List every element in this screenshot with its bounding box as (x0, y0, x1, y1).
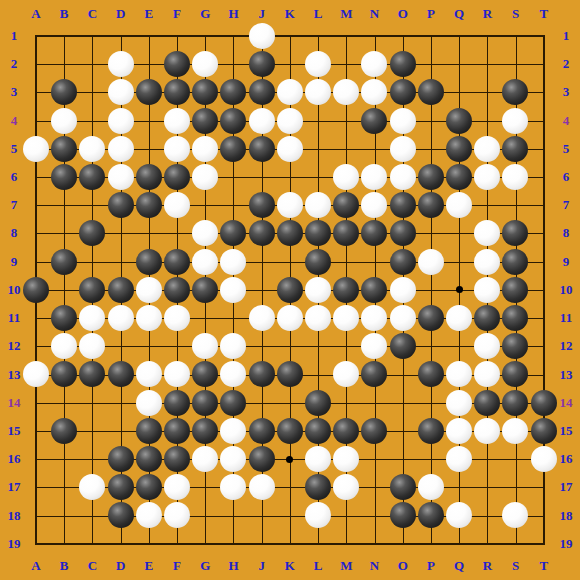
intersection-M6[interactable] (332, 163, 360, 191)
intersection-S4[interactable] (501, 107, 529, 135)
intersection-K9[interactable] (276, 248, 304, 276)
intersection-O9[interactable] (389, 248, 417, 276)
intersection-S7[interactable] (501, 191, 529, 219)
go-board[interactable] (22, 22, 558, 558)
intersection-N17[interactable] (360, 473, 388, 501)
intersection-D14[interactable] (107, 389, 135, 417)
intersection-P13[interactable] (417, 360, 445, 388)
intersection-A6[interactable] (22, 163, 50, 191)
intersection-L9[interactable] (304, 248, 332, 276)
intersection-L13[interactable] (304, 360, 332, 388)
intersection-G14[interactable] (191, 389, 219, 417)
intersection-R5[interactable] (473, 135, 501, 163)
intersection-F9[interactable] (163, 248, 191, 276)
intersection-Q4[interactable] (445, 107, 473, 135)
intersection-C15[interactable] (78, 417, 106, 445)
intersection-B3[interactable] (50, 78, 78, 106)
intersection-Q7[interactable] (445, 191, 473, 219)
intersection-Q9[interactable] (445, 248, 473, 276)
intersection-R10[interactable] (473, 276, 501, 304)
intersection-B16[interactable] (50, 445, 78, 473)
intersection-C2[interactable] (78, 50, 106, 78)
intersection-S16[interactable] (501, 445, 529, 473)
intersection-M18[interactable] (332, 501, 360, 529)
intersection-E14[interactable] (135, 389, 163, 417)
intersection-L1[interactable] (304, 22, 332, 50)
intersection-P14[interactable] (417, 389, 445, 417)
intersection-R19[interactable] (473, 530, 501, 558)
intersection-J9[interactable] (248, 248, 276, 276)
intersection-O16[interactable] (389, 445, 417, 473)
intersection-F7[interactable] (163, 191, 191, 219)
intersection-M11[interactable] (332, 304, 360, 332)
intersection-E19[interactable] (135, 530, 163, 558)
intersection-L17[interactable] (304, 473, 332, 501)
intersection-G16[interactable] (191, 445, 219, 473)
intersection-Q2[interactable] (445, 50, 473, 78)
intersection-E7[interactable] (135, 191, 163, 219)
intersection-M2[interactable] (332, 50, 360, 78)
intersection-J4[interactable] (248, 107, 276, 135)
intersection-S12[interactable] (501, 332, 529, 360)
intersection-E2[interactable] (135, 50, 163, 78)
intersection-H19[interactable] (219, 530, 247, 558)
intersection-M7[interactable] (332, 191, 360, 219)
intersection-A8[interactable] (22, 219, 50, 247)
intersection-E6[interactable] (135, 163, 163, 191)
intersection-G6[interactable] (191, 163, 219, 191)
intersection-S10[interactable] (501, 276, 529, 304)
intersection-O3[interactable] (389, 78, 417, 106)
intersection-N14[interactable] (360, 389, 388, 417)
intersection-M16[interactable] (332, 445, 360, 473)
intersection-A1[interactable] (22, 22, 50, 50)
intersection-J18[interactable] (248, 501, 276, 529)
intersection-K2[interactable] (276, 50, 304, 78)
intersection-H4[interactable] (219, 107, 247, 135)
intersection-L14[interactable] (304, 389, 332, 417)
intersection-S15[interactable] (501, 417, 529, 445)
intersection-J17[interactable] (248, 473, 276, 501)
intersection-O4[interactable] (389, 107, 417, 135)
intersection-E15[interactable] (135, 417, 163, 445)
intersection-Q5[interactable] (445, 135, 473, 163)
intersection-Q8[interactable] (445, 219, 473, 247)
intersection-G12[interactable] (191, 332, 219, 360)
intersection-R8[interactable] (473, 219, 501, 247)
intersection-B1[interactable] (50, 22, 78, 50)
intersection-P11[interactable] (417, 304, 445, 332)
intersection-R3[interactable] (473, 78, 501, 106)
intersection-S17[interactable] (501, 473, 529, 501)
intersection-P18[interactable] (417, 501, 445, 529)
intersection-B4[interactable] (50, 107, 78, 135)
intersection-C5[interactable] (78, 135, 106, 163)
intersection-N1[interactable] (360, 22, 388, 50)
intersection-G3[interactable] (191, 78, 219, 106)
intersection-P9[interactable] (417, 248, 445, 276)
intersection-J13[interactable] (248, 360, 276, 388)
intersection-F1[interactable] (163, 22, 191, 50)
intersection-R9[interactable] (473, 248, 501, 276)
intersection-C16[interactable] (78, 445, 106, 473)
intersection-F6[interactable] (163, 163, 191, 191)
intersection-M13[interactable] (332, 360, 360, 388)
intersection-E5[interactable] (135, 135, 163, 163)
intersection-H16[interactable] (219, 445, 247, 473)
intersection-G8[interactable] (191, 219, 219, 247)
intersection-H7[interactable] (219, 191, 247, 219)
intersection-K5[interactable] (276, 135, 304, 163)
intersection-P2[interactable] (417, 50, 445, 78)
intersection-A15[interactable] (22, 417, 50, 445)
intersection-N16[interactable] (360, 445, 388, 473)
intersection-L8[interactable] (304, 219, 332, 247)
intersection-G1[interactable] (191, 22, 219, 50)
intersection-Q19[interactable] (445, 530, 473, 558)
intersection-B13[interactable] (50, 360, 78, 388)
intersection-J19[interactable] (248, 530, 276, 558)
intersection-K15[interactable] (276, 417, 304, 445)
intersection-C14[interactable] (78, 389, 106, 417)
intersection-M5[interactable] (332, 135, 360, 163)
intersection-K14[interactable] (276, 389, 304, 417)
intersection-N8[interactable] (360, 219, 388, 247)
intersection-Q1[interactable] (445, 22, 473, 50)
intersection-J16[interactable] (248, 445, 276, 473)
intersection-H2[interactable] (219, 50, 247, 78)
intersection-G13[interactable] (191, 360, 219, 388)
intersection-L12[interactable] (304, 332, 332, 360)
intersection-M19[interactable] (332, 530, 360, 558)
intersection-N2[interactable] (360, 50, 388, 78)
intersection-S8[interactable] (501, 219, 529, 247)
intersection-S6[interactable] (501, 163, 529, 191)
intersection-S3[interactable] (501, 78, 529, 106)
intersection-E3[interactable] (135, 78, 163, 106)
intersection-F16[interactable] (163, 445, 191, 473)
intersection-B2[interactable] (50, 50, 78, 78)
intersection-N19[interactable] (360, 530, 388, 558)
intersection-O17[interactable] (389, 473, 417, 501)
intersection-P1[interactable] (417, 22, 445, 50)
intersection-B18[interactable] (50, 501, 78, 529)
intersection-P6[interactable] (417, 163, 445, 191)
intersection-H17[interactable] (219, 473, 247, 501)
intersection-D6[interactable] (107, 163, 135, 191)
intersection-C11[interactable] (78, 304, 106, 332)
intersection-Q11[interactable] (445, 304, 473, 332)
intersection-N12[interactable] (360, 332, 388, 360)
intersection-R16[interactable] (473, 445, 501, 473)
intersection-F17[interactable] (163, 473, 191, 501)
intersection-E10[interactable] (135, 276, 163, 304)
intersection-Q13[interactable] (445, 360, 473, 388)
intersection-D8[interactable] (107, 219, 135, 247)
intersection-G17[interactable] (191, 473, 219, 501)
intersection-S14[interactable] (501, 389, 529, 417)
intersection-P3[interactable] (417, 78, 445, 106)
intersection-H10[interactable] (219, 276, 247, 304)
intersection-O13[interactable] (389, 360, 417, 388)
intersection-H12[interactable] (219, 332, 247, 360)
intersection-P5[interactable] (417, 135, 445, 163)
intersection-H11[interactable] (219, 304, 247, 332)
intersection-F18[interactable] (163, 501, 191, 529)
intersection-D11[interactable] (107, 304, 135, 332)
intersection-N11[interactable] (360, 304, 388, 332)
intersection-A13[interactable] (22, 360, 50, 388)
intersection-J1[interactable] (248, 22, 276, 50)
intersection-G9[interactable] (191, 248, 219, 276)
intersection-P8[interactable] (417, 219, 445, 247)
intersection-J6[interactable] (248, 163, 276, 191)
intersection-O2[interactable] (389, 50, 417, 78)
intersection-E18[interactable] (135, 501, 163, 529)
intersection-D1[interactable] (107, 22, 135, 50)
intersection-O12[interactable] (389, 332, 417, 360)
intersection-J2[interactable] (248, 50, 276, 78)
intersection-N7[interactable] (360, 191, 388, 219)
intersection-H3[interactable] (219, 78, 247, 106)
intersection-H5[interactable] (219, 135, 247, 163)
intersection-F3[interactable] (163, 78, 191, 106)
intersection-F12[interactable] (163, 332, 191, 360)
intersection-L16[interactable] (304, 445, 332, 473)
intersection-M8[interactable] (332, 219, 360, 247)
intersection-E8[interactable] (135, 219, 163, 247)
intersection-B17[interactable] (50, 473, 78, 501)
intersection-A2[interactable] (22, 50, 50, 78)
intersection-B6[interactable] (50, 163, 78, 191)
intersection-N15[interactable] (360, 417, 388, 445)
intersection-R14[interactable] (473, 389, 501, 417)
intersection-R13[interactable] (473, 360, 501, 388)
intersection-L15[interactable] (304, 417, 332, 445)
intersection-K4[interactable] (276, 107, 304, 135)
intersection-D5[interactable] (107, 135, 135, 163)
intersection-O11[interactable] (389, 304, 417, 332)
intersection-S5[interactable] (501, 135, 529, 163)
intersection-H8[interactable] (219, 219, 247, 247)
intersection-H15[interactable] (219, 417, 247, 445)
intersection-B12[interactable] (50, 332, 78, 360)
intersection-D2[interactable] (107, 50, 135, 78)
intersection-H13[interactable] (219, 360, 247, 388)
intersection-F14[interactable] (163, 389, 191, 417)
intersection-S9[interactable] (501, 248, 529, 276)
intersection-C3[interactable] (78, 78, 106, 106)
intersection-L5[interactable] (304, 135, 332, 163)
intersection-D18[interactable] (107, 501, 135, 529)
intersection-Q15[interactable] (445, 417, 473, 445)
intersection-C1[interactable] (78, 22, 106, 50)
intersection-H18[interactable] (219, 501, 247, 529)
intersection-A18[interactable] (22, 501, 50, 529)
intersection-P15[interactable] (417, 417, 445, 445)
intersection-E4[interactable] (135, 107, 163, 135)
intersection-R6[interactable] (473, 163, 501, 191)
intersection-D12[interactable] (107, 332, 135, 360)
intersection-L2[interactable] (304, 50, 332, 78)
intersection-K3[interactable] (276, 78, 304, 106)
intersection-J8[interactable] (248, 219, 276, 247)
intersection-O18[interactable] (389, 501, 417, 529)
intersection-D3[interactable] (107, 78, 135, 106)
intersection-Q12[interactable] (445, 332, 473, 360)
intersection-O7[interactable] (389, 191, 417, 219)
intersection-R12[interactable] (473, 332, 501, 360)
intersection-G10[interactable] (191, 276, 219, 304)
intersection-C4[interactable] (78, 107, 106, 135)
intersection-N9[interactable] (360, 248, 388, 276)
intersection-O19[interactable] (389, 530, 417, 558)
intersection-C12[interactable] (78, 332, 106, 360)
intersection-M14[interactable] (332, 389, 360, 417)
intersection-M4[interactable] (332, 107, 360, 135)
intersection-F19[interactable] (163, 530, 191, 558)
intersection-M9[interactable] (332, 248, 360, 276)
intersection-M3[interactable] (332, 78, 360, 106)
intersection-J15[interactable] (248, 417, 276, 445)
intersection-P19[interactable] (417, 530, 445, 558)
intersection-G2[interactable] (191, 50, 219, 78)
intersection-C7[interactable] (78, 191, 106, 219)
intersection-L11[interactable] (304, 304, 332, 332)
intersection-S13[interactable] (501, 360, 529, 388)
intersection-D4[interactable] (107, 107, 135, 135)
intersection-A16[interactable] (22, 445, 50, 473)
intersection-C13[interactable] (78, 360, 106, 388)
intersection-A11[interactable] (22, 304, 50, 332)
intersection-G5[interactable] (191, 135, 219, 163)
intersection-M15[interactable] (332, 417, 360, 445)
intersection-M12[interactable] (332, 332, 360, 360)
intersection-G18[interactable] (191, 501, 219, 529)
intersection-L18[interactable] (304, 501, 332, 529)
intersection-B9[interactable] (50, 248, 78, 276)
intersection-L4[interactable] (304, 107, 332, 135)
intersection-L3[interactable] (304, 78, 332, 106)
intersection-D15[interactable] (107, 417, 135, 445)
intersection-C18[interactable] (78, 501, 106, 529)
intersection-H6[interactable] (219, 163, 247, 191)
intersection-E17[interactable] (135, 473, 163, 501)
intersection-K11[interactable] (276, 304, 304, 332)
intersection-K16[interactable] (276, 445, 304, 473)
intersection-H14[interactable] (219, 389, 247, 417)
intersection-A12[interactable] (22, 332, 50, 360)
intersection-K6[interactable] (276, 163, 304, 191)
intersection-C10[interactable] (78, 276, 106, 304)
intersection-R18[interactable] (473, 501, 501, 529)
intersection-N18[interactable] (360, 501, 388, 529)
intersection-N4[interactable] (360, 107, 388, 135)
intersection-C17[interactable] (78, 473, 106, 501)
intersection-F5[interactable] (163, 135, 191, 163)
intersection-D9[interactable] (107, 248, 135, 276)
intersection-F2[interactable] (163, 50, 191, 78)
intersection-P7[interactable] (417, 191, 445, 219)
intersection-A5[interactable] (22, 135, 50, 163)
intersection-K12[interactable] (276, 332, 304, 360)
intersection-H1[interactable] (219, 22, 247, 50)
intersection-J12[interactable] (248, 332, 276, 360)
intersection-N10[interactable] (360, 276, 388, 304)
intersection-M1[interactable] (332, 22, 360, 50)
intersection-A4[interactable] (22, 107, 50, 135)
intersection-L10[interactable] (304, 276, 332, 304)
intersection-F10[interactable] (163, 276, 191, 304)
intersection-L6[interactable] (304, 163, 332, 191)
intersection-M10[interactable] (332, 276, 360, 304)
intersection-L7[interactable] (304, 191, 332, 219)
intersection-P4[interactable] (417, 107, 445, 135)
intersection-C19[interactable] (78, 530, 106, 558)
intersection-N3[interactable] (360, 78, 388, 106)
intersection-N6[interactable] (360, 163, 388, 191)
intersection-A10[interactable] (22, 276, 50, 304)
intersection-K1[interactable] (276, 22, 304, 50)
intersection-K8[interactable] (276, 219, 304, 247)
intersection-R2[interactable] (473, 50, 501, 78)
intersection-O6[interactable] (389, 163, 417, 191)
intersection-M17[interactable] (332, 473, 360, 501)
intersection-A7[interactable] (22, 191, 50, 219)
intersection-K18[interactable] (276, 501, 304, 529)
intersection-E13[interactable] (135, 360, 163, 388)
intersection-J7[interactable] (248, 191, 276, 219)
intersection-Q3[interactable] (445, 78, 473, 106)
intersection-D19[interactable] (107, 530, 135, 558)
intersection-R11[interactable] (473, 304, 501, 332)
intersection-S18[interactable] (501, 501, 529, 529)
intersection-K19[interactable] (276, 530, 304, 558)
intersection-O15[interactable] (389, 417, 417, 445)
intersection-R15[interactable] (473, 417, 501, 445)
intersection-K10[interactable] (276, 276, 304, 304)
intersection-B8[interactable] (50, 219, 78, 247)
intersection-F11[interactable] (163, 304, 191, 332)
intersection-D17[interactable] (107, 473, 135, 501)
intersection-B10[interactable] (50, 276, 78, 304)
intersection-R17[interactable] (473, 473, 501, 501)
intersection-F8[interactable] (163, 219, 191, 247)
intersection-D10[interactable] (107, 276, 135, 304)
intersection-R1[interactable] (473, 22, 501, 50)
intersection-N13[interactable] (360, 360, 388, 388)
intersection-D16[interactable] (107, 445, 135, 473)
intersection-C8[interactable] (78, 219, 106, 247)
intersection-E11[interactable] (135, 304, 163, 332)
intersection-E1[interactable] (135, 22, 163, 50)
intersection-S19[interactable] (501, 530, 529, 558)
intersection-Q6[interactable] (445, 163, 473, 191)
intersection-J10[interactable] (248, 276, 276, 304)
intersection-K7[interactable] (276, 191, 304, 219)
intersection-P16[interactable] (417, 445, 445, 473)
intersection-B14[interactable] (50, 389, 78, 417)
intersection-L19[interactable] (304, 530, 332, 558)
intersection-A14[interactable] (22, 389, 50, 417)
intersection-B7[interactable] (50, 191, 78, 219)
intersection-Q18[interactable] (445, 501, 473, 529)
intersection-F4[interactable] (163, 107, 191, 135)
intersection-P12[interactable] (417, 332, 445, 360)
intersection-N5[interactable] (360, 135, 388, 163)
intersection-K13[interactable] (276, 360, 304, 388)
intersection-B19[interactable] (50, 530, 78, 558)
